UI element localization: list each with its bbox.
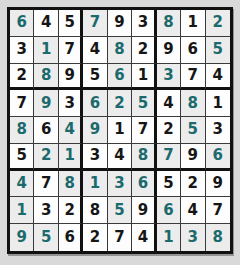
cell-r7c1[interactable]: 4 (10, 171, 34, 198)
cell-r2c6[interactable]: 2 (132, 37, 156, 64)
cell-r1c2[interactable]: 4 (34, 10, 58, 37)
cell-r8c8[interactable]: 4 (181, 197, 205, 224)
cell-r5c5[interactable]: 1 (108, 117, 132, 144)
cell-r2c3[interactable]: 7 (59, 37, 83, 64)
cell-r2c7[interactable]: 9 (157, 37, 181, 64)
cell-r4c2[interactable]: 9 (34, 90, 58, 117)
cell-r3c4[interactable]: 5 (83, 64, 107, 91)
cell-r4c6[interactable]: 5 (132, 90, 156, 117)
cell-r8c4[interactable]: 8 (83, 197, 107, 224)
cell-r5c4[interactable]: 9 (83, 117, 107, 144)
cell-r6c5[interactable]: 4 (108, 144, 132, 171)
cell-r3c9[interactable]: 4 (206, 64, 230, 91)
cell-r6c2[interactable]: 2 (34, 144, 58, 171)
cell-r6c3[interactable]: 1 (59, 144, 83, 171)
cell-r2c4[interactable]: 4 (83, 37, 107, 64)
cell-r5c7[interactable]: 2 (157, 117, 181, 144)
cell-r8c1[interactable]: 1 (10, 197, 34, 224)
cell-r9c3[interactable]: 6 (59, 224, 83, 251)
cell-r4c7[interactable]: 4 (157, 90, 181, 117)
cell-r5c6[interactable]: 7 (132, 117, 156, 144)
cell-r4c1[interactable]: 7 (10, 90, 34, 117)
cell-r9c6[interactable]: 4 (132, 224, 156, 251)
cell-r7c3[interactable]: 8 (59, 171, 83, 198)
cell-r1c6[interactable]: 3 (132, 10, 156, 37)
cell-r9c5[interactable]: 7 (108, 224, 132, 251)
cell-r1c5[interactable]: 9 (108, 10, 132, 37)
sudoku-board: 6457938123174829652895613747936254818649… (7, 7, 233, 254)
cell-r6c7[interactable]: 7 (157, 144, 181, 171)
screenshot-root: { "game": "sudoku", "board": { "rows": 9… (0, 0, 240, 265)
cell-r1c9[interactable]: 2 (206, 10, 230, 37)
cell-r3c5[interactable]: 6 (108, 64, 132, 91)
cell-r8c6[interactable]: 9 (132, 197, 156, 224)
cell-r9c7[interactable]: 1 (157, 224, 181, 251)
cell-r8c5[interactable]: 5 (108, 197, 132, 224)
cell-r2c9[interactable]: 5 (206, 37, 230, 64)
cell-r3c2[interactable]: 8 (34, 64, 58, 91)
cell-r7c7[interactable]: 5 (157, 171, 181, 198)
cell-r1c8[interactable]: 1 (181, 10, 205, 37)
cell-r9c8[interactable]: 3 (181, 224, 205, 251)
cell-r6c9[interactable]: 6 (206, 144, 230, 171)
cell-r1c3[interactable]: 5 (59, 10, 83, 37)
cell-r9c1[interactable]: 9 (10, 224, 34, 251)
cell-r7c4[interactable]: 1 (83, 171, 107, 198)
cell-r8c3[interactable]: 2 (59, 197, 83, 224)
cell-r9c4[interactable]: 2 (83, 224, 107, 251)
cell-r1c1[interactable]: 6 (10, 10, 34, 37)
cell-r5c1[interactable]: 8 (10, 117, 34, 144)
cell-r3c3[interactable]: 9 (59, 64, 83, 91)
cell-r2c2[interactable]: 1 (34, 37, 58, 64)
cell-r4c4[interactable]: 6 (83, 90, 107, 117)
cell-r8c9[interactable]: 7 (206, 197, 230, 224)
cell-r7c5[interactable]: 3 (108, 171, 132, 198)
cell-r7c8[interactable]: 2 (181, 171, 205, 198)
sudoku-grid: 6457938123174829652895613747936254818649… (10, 10, 230, 251)
cell-r9c2[interactable]: 5 (34, 224, 58, 251)
cell-r4c5[interactable]: 2 (108, 90, 132, 117)
cell-r4c8[interactable]: 8 (181, 90, 205, 117)
cell-r5c8[interactable]: 5 (181, 117, 205, 144)
cell-r7c2[interactable]: 7 (34, 171, 58, 198)
cell-r3c1[interactable]: 2 (10, 64, 34, 91)
cell-r2c1[interactable]: 3 (10, 37, 34, 64)
cell-r2c5[interactable]: 8 (108, 37, 132, 64)
cell-r4c3[interactable]: 3 (59, 90, 83, 117)
cell-r1c4[interactable]: 7 (83, 10, 107, 37)
cell-r7c9[interactable]: 9 (206, 171, 230, 198)
cell-r6c8[interactable]: 9 (181, 144, 205, 171)
cell-r8c2[interactable]: 3 (34, 197, 58, 224)
cell-r3c7[interactable]: 3 (157, 64, 181, 91)
cell-r6c6[interactable]: 8 (132, 144, 156, 171)
cell-r4c9[interactable]: 1 (206, 90, 230, 117)
cell-r6c4[interactable]: 3 (83, 144, 107, 171)
cell-r5c2[interactable]: 6 (34, 117, 58, 144)
cell-r5c9[interactable]: 3 (206, 117, 230, 144)
cell-r2c8[interactable]: 6 (181, 37, 205, 64)
cell-r8c7[interactable]: 6 (157, 197, 181, 224)
cell-r3c6[interactable]: 1 (132, 64, 156, 91)
cell-r9c9[interactable]: 8 (206, 224, 230, 251)
cell-r1c7[interactable]: 8 (157, 10, 181, 37)
cell-r5c3[interactable]: 4 (59, 117, 83, 144)
cell-r6c1[interactable]: 5 (10, 144, 34, 171)
cell-r7c6[interactable]: 6 (132, 171, 156, 198)
cell-r3c8[interactable]: 7 (181, 64, 205, 91)
